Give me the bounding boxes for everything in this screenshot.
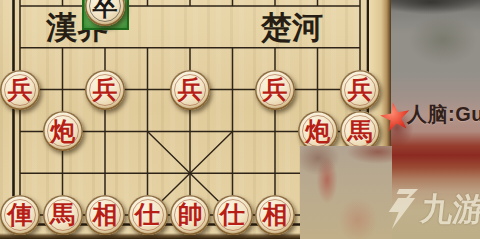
piece-e1[interactable]: 帥	[170, 195, 210, 235]
piece-glyph: 炮	[305, 119, 330, 144]
piece-glyph: 炮	[50, 119, 75, 144]
piece-glyph: 馬	[50, 202, 75, 227]
piece-glyph: 仕	[135, 202, 160, 227]
piece-a4[interactable]: 兵	[0, 70, 40, 110]
piece-glyph: 兵	[178, 77, 203, 102]
piece-glyph: 相	[263, 202, 288, 227]
piece-i4[interactable]: 兵	[340, 70, 380, 110]
piece-a1[interactable]: 俥	[0, 195, 40, 235]
piece-glyph: 兵	[348, 77, 373, 102]
piece-glyph: 仕	[220, 202, 245, 227]
player-label: 人脑:Gu	[407, 101, 480, 128]
piece-glyph: 兵	[263, 77, 288, 102]
piece-c1[interactable]: 相	[85, 195, 125, 235]
piece-glyph: 俥	[8, 202, 33, 227]
blur-watermark-area	[300, 146, 392, 239]
piece-f1[interactable]: 仕	[213, 195, 253, 235]
piece-glyph: 帥	[178, 202, 203, 227]
piece-b3[interactable]: 炮	[43, 111, 83, 151]
piece-d1[interactable]: 仕	[128, 195, 168, 235]
logo-text: 九游	[419, 193, 480, 225]
logo-g-icon	[385, 188, 419, 230]
piece-glyph: 卒	[93, 0, 118, 19]
piece-glyph: 兵	[8, 77, 33, 102]
piece-g1[interactable]: 相	[255, 195, 295, 235]
piece-e4[interactable]: 兵	[170, 70, 210, 110]
piece-glyph: 馬	[348, 119, 373, 144]
piece-g4[interactable]: 兵	[255, 70, 295, 110]
piece-glyph: 相	[93, 202, 118, 227]
jiuyou-logo: 九游	[385, 188, 480, 230]
piece-b1[interactable]: 馬	[43, 195, 83, 235]
screenshot-stage: 漢界 楚河 卒兵兵兵兵兵炮炮馬俥馬相仕帥仕相 人脑:Gu 九游	[0, 0, 480, 239]
piece-c4[interactable]: 兵	[85, 70, 125, 110]
piece-glyph: 兵	[93, 77, 118, 102]
